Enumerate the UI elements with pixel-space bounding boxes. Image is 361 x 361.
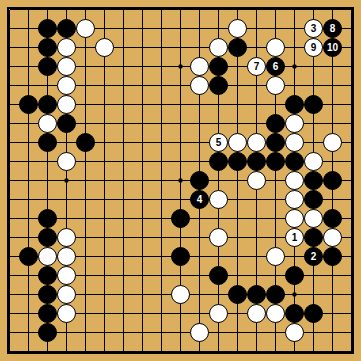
- black-stone: [209, 76, 228, 95]
- star-point: [292, 292, 296, 296]
- black-stone: [304, 190, 323, 209]
- move-8-black-stone: 8: [323, 19, 342, 38]
- black-stone: [38, 228, 57, 247]
- white-stone: [209, 228, 228, 247]
- black-stone: [190, 171, 209, 190]
- white-stone: [304, 209, 323, 228]
- black-stone: [209, 57, 228, 76]
- move-9-white-stone: 9: [304, 38, 323, 57]
- move-2-black-stone: 2: [304, 247, 323, 266]
- white-stone: [266, 247, 285, 266]
- move-6-black-stone: 6: [266, 57, 285, 76]
- white-stone: [57, 304, 76, 323]
- white-stone: [57, 228, 76, 247]
- white-stone: [285, 133, 304, 152]
- white-stone: [76, 19, 95, 38]
- white-stone: [285, 323, 304, 342]
- white-stone: [57, 247, 76, 266]
- black-stone: [323, 209, 342, 228]
- white-stone: [57, 95, 76, 114]
- black-stone: [304, 228, 323, 247]
- black-stone: [38, 209, 57, 228]
- black-stone: [19, 95, 38, 114]
- white-stone: [57, 57, 76, 76]
- black-stone: [304, 95, 323, 114]
- white-stone: [228, 19, 247, 38]
- black-stone: [38, 285, 57, 304]
- black-stone: [38, 266, 57, 285]
- white-stone: [190, 323, 209, 342]
- white-stone: [57, 285, 76, 304]
- black-stone: [285, 266, 304, 285]
- move-3-white-stone: 3: [304, 19, 323, 38]
- move-4-black-stone: 4: [190, 190, 209, 209]
- black-stone: [57, 114, 76, 133]
- move-5-white-stone: 5: [209, 133, 228, 152]
- black-stone: [266, 152, 285, 171]
- white-stone: [95, 38, 114, 57]
- black-stone: [38, 133, 57, 152]
- white-stone: [190, 76, 209, 95]
- star-point: [178, 64, 182, 68]
- white-stone: [285, 190, 304, 209]
- black-stone: [304, 171, 323, 190]
- white-stone: [266, 304, 285, 323]
- white-stone: [190, 57, 209, 76]
- white-stone: [171, 285, 190, 304]
- black-stone: [266, 133, 285, 152]
- white-stone: [323, 228, 342, 247]
- white-stone: [57, 152, 76, 171]
- white-stone: [304, 152, 323, 171]
- black-stone: [285, 152, 304, 171]
- star-point: [292, 64, 296, 68]
- white-stone: [209, 304, 228, 323]
- black-stone: [285, 304, 304, 323]
- black-stone: [266, 285, 285, 304]
- black-stone: [304, 304, 323, 323]
- black-stone: [171, 209, 190, 228]
- black-stone: [38, 304, 57, 323]
- star-point: [178, 178, 182, 182]
- go-board[interactable]: 38910765412: [0, 0, 361, 361]
- white-stone: [323, 133, 342, 152]
- black-stone: [228, 285, 247, 304]
- move-10-black-stone: 10: [323, 38, 342, 57]
- move-1-white-stone: 1: [285, 228, 304, 247]
- black-stone: [38, 19, 57, 38]
- black-stone: [38, 323, 57, 342]
- white-stone: [38, 247, 57, 266]
- black-stone: [209, 152, 228, 171]
- black-stone: [38, 38, 57, 57]
- black-stone: [323, 247, 342, 266]
- white-stone: [285, 171, 304, 190]
- white-stone: [209, 38, 228, 57]
- black-stone: [228, 38, 247, 57]
- white-stone: [247, 171, 266, 190]
- white-stone: [38, 114, 57, 133]
- white-stone: [228, 133, 247, 152]
- black-stone: [38, 95, 57, 114]
- black-stone: [209, 266, 228, 285]
- white-stone: [285, 209, 304, 228]
- star-point: [64, 178, 68, 182]
- white-stone: [285, 114, 304, 133]
- white-stone: [266, 38, 285, 57]
- black-stone: [266, 114, 285, 133]
- black-stone: [247, 285, 266, 304]
- move-7-white-stone: 7: [247, 57, 266, 76]
- white-stone: [209, 190, 228, 209]
- black-stone: [228, 152, 247, 171]
- white-stone: [247, 304, 266, 323]
- white-stone: [57, 38, 76, 57]
- black-stone: [171, 247, 190, 266]
- white-stone: [266, 76, 285, 95]
- white-stone: [247, 133, 266, 152]
- black-stone: [38, 57, 57, 76]
- black-stone: [19, 247, 38, 266]
- black-stone: [285, 95, 304, 114]
- black-stone: [323, 171, 342, 190]
- white-stone: [57, 266, 76, 285]
- black-stone: [247, 152, 266, 171]
- black-stone: [57, 19, 76, 38]
- white-stone: [57, 76, 76, 95]
- black-stone: [76, 133, 95, 152]
